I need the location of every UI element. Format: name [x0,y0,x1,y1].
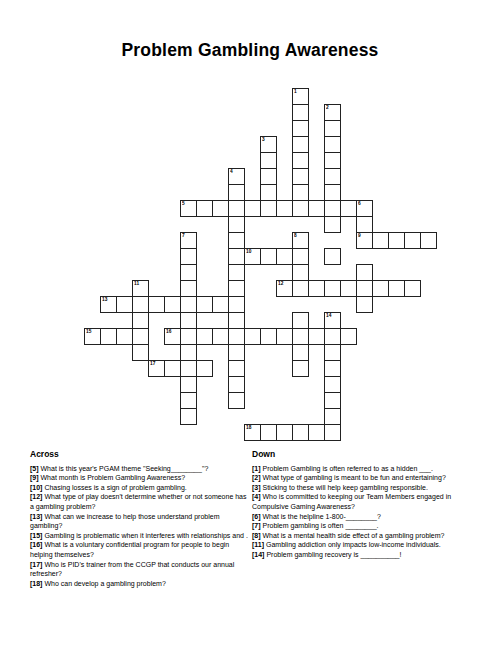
cell-13-1[interactable]: 13 [100,296,117,313]
cell-10-6[interactable] [180,248,197,265]
cell-7-7[interactable] [196,200,213,217]
cell-7-8[interactable] [212,200,229,217]
cell-15-8[interactable] [212,328,229,345]
cell-13-2[interactable] [116,296,133,313]
cell-17-7[interactable] [196,360,213,377]
cell-15-7[interactable] [196,328,213,345]
cell-15-12[interactable] [276,328,293,345]
cell-18-9[interactable] [228,376,245,393]
cell-6-13[interactable] [292,184,309,201]
cell-15-13[interactable] [292,328,309,345]
clue-number-15: 15 [86,329,91,334]
clue-number-12: 12 [278,281,283,286]
cell-15-11[interactable] [260,328,277,345]
down-clue-7: [7] Problem gambling is often ________. [252,521,472,531]
down-clue-num-1: [1] [252,465,261,472]
cell-14-15[interactable]: 14 [324,312,341,329]
cell-13-6[interactable] [180,296,197,313]
down-clue-num-14: [14] [252,551,264,558]
down-clue-1: [1] Problem Gambling is often referred t… [252,464,472,474]
cell-15-5[interactable]: 16 [164,328,181,345]
down-clue-14: [14] Problem gambling recovery is ______… [252,550,472,560]
down-clue-num-8: [8] [252,532,261,539]
cell-15-6[interactable] [180,328,197,345]
cell-10-15[interactable] [324,248,341,265]
cell-12-6[interactable] [180,280,197,297]
across-header: Across [30,450,252,460]
page-title: Problem Gambling Awareness [0,40,500,61]
clue-number-14: 14 [326,313,331,318]
cell-12-12[interactable]: 12 [276,280,293,297]
cell-14-3[interactable] [132,312,149,329]
clue-number-3: 3 [262,137,265,142]
cell-7-16[interactable] [340,200,357,217]
across-clue-15: [15] Gambling is problematic when it int… [30,531,252,541]
cell-7-9[interactable] [228,200,245,217]
across-clue-num-10: [10] [30,484,42,491]
across-clue-num-17: [17] [30,561,42,568]
cell-12-13[interactable] [292,280,309,297]
cell-20-6[interactable] [180,408,197,425]
cell-12-16[interactable] [340,280,357,297]
cell-6-9[interactable] [228,184,245,201]
cell-9-17[interactable]: 9 [356,232,373,249]
cell-12-19[interactable] [388,280,405,297]
cell-7-17[interactable]: 6 [356,200,373,217]
cell-7-13[interactable] [292,200,309,217]
cell-7-14[interactable] [308,200,325,217]
across-clues-section: Across [5] What is this year's PGAM them… [30,450,252,588]
across-clue-12: [12] What type of play doesn't determine… [30,492,252,511]
cell-15-9[interactable] [228,328,245,345]
cell-20-15[interactable] [324,408,341,425]
cell-9-19[interactable] [388,232,405,249]
cell-7-11[interactable] [260,200,277,217]
cell-12-3[interactable]: 11 [132,280,149,297]
cell-4-15[interactable] [324,152,341,169]
cell-13-17[interactable] [356,296,373,313]
clue-number-7: 7 [182,233,185,238]
across-clue-16: [16] What is a voluntary confidential pr… [30,540,252,559]
across-clue-num-12: [12] [30,493,42,500]
cell-5-15[interactable] [324,168,341,185]
cell-15-3[interactable] [132,328,149,345]
cell-21-10[interactable]: 18 [244,424,261,441]
down-clue-6: [6] What is the helpline 1-800-________? [252,512,472,522]
cell-1-13[interactable] [292,104,309,121]
cell-5-11[interactable] [260,168,277,185]
cell-9-18[interactable] [372,232,389,249]
cell-16-15[interactable] [324,344,341,361]
across-clue-num-15: [15] [30,532,42,539]
clue-number-6: 6 [358,201,361,206]
clue-number-2: 2 [326,105,329,110]
cell-9-13[interactable]: 8 [292,232,309,249]
cell-13-5[interactable] [164,296,181,313]
cell-15-0[interactable]: 15 [84,328,101,345]
across-clue-num-9: [9] [30,474,39,481]
cell-10-11[interactable] [260,248,277,265]
cell-13-4[interactable] [148,296,165,313]
cell-12-14[interactable] [308,280,325,297]
cell-7-10[interactable] [244,200,261,217]
cell-3-13[interactable] [292,136,309,153]
across-clue-num-16: [16] [30,541,42,548]
across-clue-5: [5] What is this year's PGAM theme "Seek… [30,464,252,474]
cell-13-3[interactable] [132,296,149,313]
down-clue-num-3: [3] [252,484,261,491]
across-clue-17: [17] Who is PID's trainer from the CCGP … [30,560,252,579]
cell-21-13[interactable] [292,424,309,441]
clue-number-10: 10 [246,249,251,254]
cell-16-6[interactable] [180,344,197,361]
cell-2-15[interactable] [324,120,341,137]
down-clue-3: [3] Sticking to these will help keep gam… [252,483,472,493]
down-clue-list: [1] Problem Gambling is often referred t… [252,464,472,560]
down-clue-num-2: [2] [252,474,261,481]
cell-15-15[interactable] [324,328,341,345]
cell-12-15[interactable] [324,280,341,297]
cell-19-6[interactable] [180,392,197,409]
cell-18-6[interactable] [180,376,197,393]
across-clue-9: [9] What month is Problem Gambling Aware… [30,473,252,483]
cell-5-9[interactable]: 4 [228,168,245,185]
cell-14-9[interactable] [228,312,245,329]
cell-2-13[interactable] [292,120,309,137]
across-clue-num-5: [5] [30,465,39,472]
cell-17-9[interactable] [228,360,245,377]
down-clues-section: Down [1] Problem Gambling is often refer… [252,450,472,560]
cell-4-11[interactable] [260,152,277,169]
cell-17-5[interactable] [164,360,181,377]
cell-17-13[interactable] [292,360,309,377]
across-clue-13: [13] What can we increase to help those … [30,512,252,531]
across-clue-num-18: [18] [30,580,42,587]
cell-13-7[interactable] [196,296,213,313]
cell-21-11[interactable] [260,424,277,441]
down-clue-num-4: [4] [252,493,261,500]
down-clue-4: [4] Who is committed to keeping our Team… [252,492,472,511]
down-clue-num-11: [11] [252,541,264,548]
clue-number-16: 16 [166,329,171,334]
cell-14-13[interactable] [292,312,309,329]
clue-number-18: 18 [246,425,251,430]
cell-9-9[interactable] [228,232,245,249]
cell-21-15[interactable] [324,424,341,441]
cell-12-20[interactable] [404,280,421,297]
cell-19-9[interactable] [228,392,245,409]
clue-number-5: 5 [182,201,185,206]
clue-number-11: 11 [134,281,139,286]
down-clue-11: [11] Gambling addiction only impacts low… [252,540,472,550]
down-clue-2: [2] What type of gambling is meant to be… [252,473,472,483]
across-clue-18: [18] Who can develop a gambling problem? [30,579,252,589]
cell-21-12[interactable] [276,424,293,441]
cell-1-15[interactable]: 2 [324,104,341,121]
down-clue-num-7: [7] [252,522,261,529]
down-header: Down [252,450,472,460]
cell-4-13[interactable] [292,152,309,169]
cell-17-15[interactable] [324,360,341,377]
cell-10-13[interactable] [292,248,309,265]
across-clue-list: [5] What is this year's PGAM theme "Seek… [30,464,252,589]
clue-number-17: 17 [150,361,155,366]
clue-number-4: 4 [230,169,233,174]
cell-10-10[interactable]: 10 [244,248,261,265]
cell-12-18[interactable] [372,280,389,297]
cell-7-6[interactable]: 5 [180,200,197,217]
cell-11-13[interactable] [292,264,309,281]
cell-16-13[interactable] [292,344,309,361]
cell-7-12[interactable] [276,200,293,217]
cell-19-15[interactable] [324,392,341,409]
crossword-grid: 123456789101112131415161718 [84,88,437,441]
cell-11-17[interactable] [356,264,373,281]
down-clue-num-6: [6] [252,513,261,520]
across-clue-10: [10] Chasing losses is a sign of problem… [30,483,252,493]
cell-7-15[interactable] [324,200,341,217]
cell-13-9[interactable] [228,296,245,313]
cell-9-6[interactable]: 7 [180,232,197,249]
cell-11-9[interactable] [228,264,245,281]
cell-15-2[interactable] [116,328,133,345]
cell-3-15[interactable] [324,136,341,153]
cell-10-9[interactable] [228,248,245,265]
cell-8-17[interactable] [356,216,373,233]
cell-18-15[interactable] [324,376,341,393]
cell-12-17[interactable] [356,280,373,297]
cell-6-11[interactable] [260,184,277,201]
cell-5-13[interactable] [292,168,309,185]
cell-9-21[interactable] [420,232,437,249]
cell-8-15[interactable] [324,216,341,233]
cell-17-6[interactable] [180,360,197,377]
cell-14-6[interactable] [180,312,197,329]
down-clue-8: [8] What is a mental health side effect … [252,531,472,541]
cell-9-20[interactable] [404,232,421,249]
cell-16-3[interactable] [132,344,149,361]
cell-10-12[interactable] [276,248,293,265]
cell-6-15[interactable] [324,184,341,201]
clue-number-9: 9 [358,233,361,238]
cell-15-14[interactable] [308,328,325,345]
clue-number-1: 1 [294,89,297,94]
cell-15-10[interactable] [244,328,261,345]
cell-15-16[interactable] [340,328,357,345]
across-clue-num-13: [13] [30,513,42,520]
cell-15-1[interactable] [100,328,117,345]
clue-number-13: 13 [102,297,107,302]
cell-16-9[interactable] [228,344,245,361]
cell-12-9[interactable] [228,280,245,297]
cell-13-8[interactable] [212,296,229,313]
cell-21-14[interactable] [308,424,325,441]
cell-3-11[interactable]: 3 [260,136,277,153]
cell-17-4[interactable]: 17 [148,360,165,377]
cell-0-13[interactable]: 1 [292,88,309,105]
clue-number-8: 8 [294,233,297,238]
cell-8-9[interactable] [228,216,245,233]
cell-11-6[interactable] [180,264,197,281]
